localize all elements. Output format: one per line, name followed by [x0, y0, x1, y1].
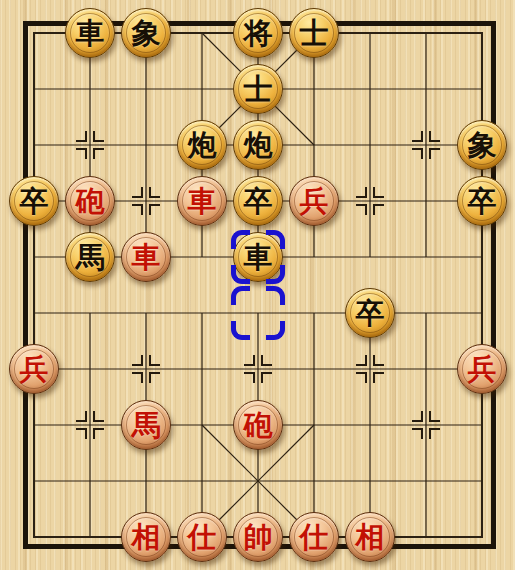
- piece-glyph: 馬: [76, 243, 105, 272]
- piece-glyph: 相: [132, 523, 161, 552]
- piece-black-cannon[interactable]: 炮: [177, 120, 227, 170]
- piece-red-advisor[interactable]: 仕: [177, 512, 227, 562]
- piece-black-horse[interactable]: 馬: [65, 232, 115, 282]
- piece-glyph: 車: [188, 187, 217, 216]
- piece-red-horse[interactable]: 馬: [121, 400, 171, 450]
- piece-glyph: 炮: [244, 131, 273, 160]
- square-r3c8: 卒: [454, 173, 510, 229]
- piece-black-pawn[interactable]: 卒: [345, 288, 395, 338]
- highlight-corner-bl: [231, 321, 250, 340]
- piece-glyph: 馬: [132, 411, 161, 440]
- piece-red-pawn[interactable]: 兵: [9, 344, 59, 394]
- piece-red-elephant[interactable]: 相: [345, 512, 395, 562]
- piece-glyph: 車: [132, 243, 161, 272]
- piece-glyph: 炮: [188, 131, 217, 160]
- piece-glyph: 砲: [76, 187, 105, 216]
- piece-glyph: 砲: [244, 411, 273, 440]
- piece-glyph: 仕: [188, 523, 217, 552]
- square-r3c4: 卒: [230, 173, 286, 229]
- piece-red-rook[interactable]: 車: [177, 176, 227, 226]
- piece-black-cannon[interactable]: 炮: [233, 120, 283, 170]
- piece-glyph: 象: [132, 19, 161, 48]
- piece-black-elephant[interactable]: 象: [121, 8, 171, 58]
- square-r5c6: 卒: [342, 285, 398, 341]
- piece-red-pawn[interactable]: 兵: [289, 176, 339, 226]
- square-r3c3: 車: [174, 173, 230, 229]
- square-r3c5: 兵: [286, 173, 342, 229]
- square-r3c0: 卒: [6, 173, 62, 229]
- piece-black-advisor[interactable]: 士: [289, 8, 339, 58]
- square-r2c4: 炮: [230, 117, 286, 173]
- piece-glyph: 卒: [356, 299, 385, 328]
- piece-glyph: 将: [244, 19, 273, 48]
- square-r9c2: 相: [118, 509, 174, 565]
- square-r0c5: 士: [286, 5, 342, 61]
- move-highlight-from: [231, 286, 285, 340]
- square-r2c8: 象: [454, 117, 510, 173]
- piece-glyph: 相: [356, 523, 385, 552]
- piece-grid: 車象将士士炮炮象卒砲車卒兵卒馬車車卒兵兵馬砲相仕帥仕相: [6, 5, 510, 565]
- square-r7c2: 馬: [118, 397, 174, 453]
- piece-red-general[interactable]: 帥: [233, 512, 283, 562]
- xiangqi-board: 車象将士士炮炮象卒砲車卒兵卒馬車車卒兵兵馬砲相仕帥仕相: [0, 0, 515, 570]
- piece-red-pawn[interactable]: 兵: [457, 344, 507, 394]
- piece-glyph: 兵: [300, 187, 329, 216]
- square-r1c4: 士: [230, 61, 286, 117]
- highlight-corner-br: [266, 321, 285, 340]
- highlight-corner-tr: [266, 286, 285, 305]
- piece-black-rook[interactable]: 車: [65, 8, 115, 58]
- piece-glyph: 卒: [468, 187, 497, 216]
- piece-black-pawn[interactable]: 卒: [233, 176, 283, 226]
- piece-red-elephant[interactable]: 相: [121, 512, 171, 562]
- piece-glyph: 士: [300, 19, 329, 48]
- piece-glyph: 士: [244, 75, 273, 104]
- piece-glyph: 兵: [20, 355, 49, 384]
- piece-black-pawn[interactable]: 卒: [457, 176, 507, 226]
- highlight-corner-tl: [231, 286, 250, 305]
- piece-red-rook[interactable]: 車: [121, 232, 171, 282]
- square-r7c4: 砲: [230, 397, 286, 453]
- square-r9c5: 仕: [286, 509, 342, 565]
- square-r9c4: 帥: [230, 509, 286, 565]
- square-r6c0: 兵: [6, 341, 62, 397]
- square-r0c4: 将: [230, 5, 286, 61]
- piece-glyph: 帥: [244, 523, 273, 552]
- piece-black-rook[interactable]: 車: [233, 232, 283, 282]
- piece-glyph: 卒: [244, 187, 273, 216]
- piece-red-cannon[interactable]: 砲: [233, 400, 283, 450]
- piece-red-advisor[interactable]: 仕: [289, 512, 339, 562]
- square-r9c6: 相: [342, 509, 398, 565]
- piece-glyph: 車: [76, 19, 105, 48]
- piece-glyph: 車: [244, 243, 273, 272]
- square-r4c1: 馬: [62, 229, 118, 285]
- piece-glyph: 卒: [20, 187, 49, 216]
- highlight-square-r5c4: [230, 285, 286, 341]
- square-r3c1: 砲: [62, 173, 118, 229]
- piece-red-cannon[interactable]: 砲: [65, 176, 115, 226]
- piece-black-advisor[interactable]: 士: [233, 64, 283, 114]
- piece-black-general[interactable]: 将: [233, 8, 283, 58]
- piece-black-elephant[interactable]: 象: [457, 120, 507, 170]
- square-r4c2: 車: [118, 229, 174, 285]
- square-r6c8: 兵: [454, 341, 510, 397]
- square-r0c1: 車: [62, 5, 118, 61]
- piece-black-pawn[interactable]: 卒: [9, 176, 59, 226]
- square-r9c3: 仕: [174, 509, 230, 565]
- piece-glyph: 象: [468, 131, 497, 160]
- square-r2c3: 炮: [174, 117, 230, 173]
- piece-glyph: 兵: [468, 355, 497, 384]
- square-r0c2: 象: [118, 5, 174, 61]
- piece-glyph: 仕: [300, 523, 329, 552]
